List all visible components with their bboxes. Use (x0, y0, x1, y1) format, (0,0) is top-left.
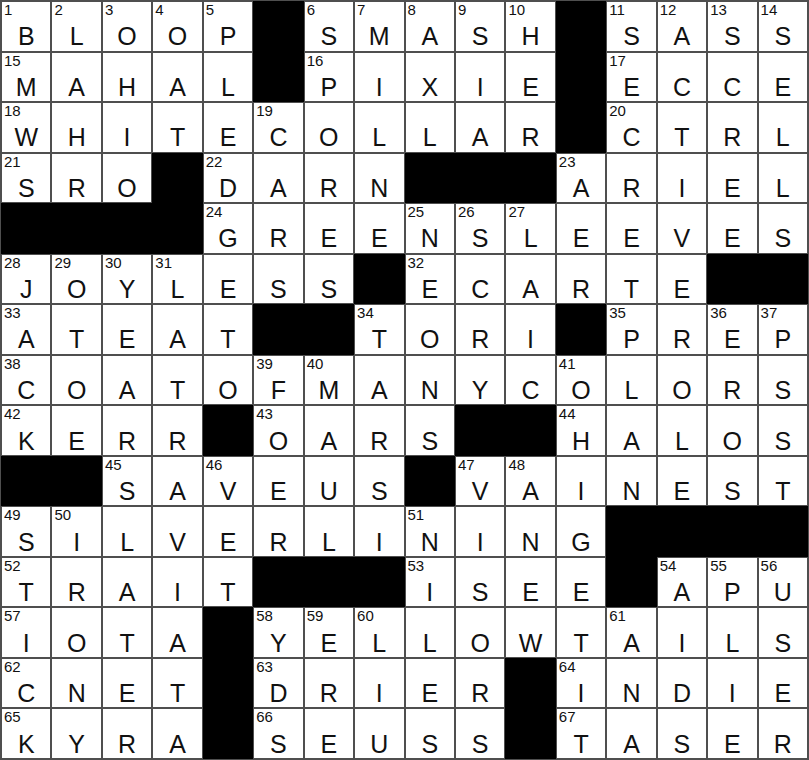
letter-cell[interactable]: L (707, 607, 757, 658)
letter-cell[interactable]: C (707, 52, 757, 103)
letter-cell[interactable]: T (152, 355, 202, 406)
letter-cell[interactable]: 16P (304, 52, 354, 103)
letter-cell[interactable]: R (102, 405, 152, 456)
letter-cell[interactable]: A (606, 405, 656, 456)
letter-cell[interactable]: 45S (102, 456, 152, 507)
letter-cell[interactable]: L (657, 405, 707, 456)
letter-cell[interactable]: 19C (253, 102, 303, 153)
letter-cell[interactable]: I (657, 153, 707, 204)
letter-cell[interactable]: A (51, 52, 101, 103)
block-cell (455, 405, 505, 456)
letter-cell[interactable]: L (606, 355, 656, 406)
letter-cell[interactable]: R (354, 405, 404, 456)
letter-cell[interactable]: E (556, 203, 606, 254)
cell-letter: P (758, 326, 808, 352)
letter-cell[interactable]: R (707, 355, 757, 406)
block-cell (707, 506, 757, 557)
letter-cell[interactable]: I (707, 658, 757, 709)
clue-number: 40 (307, 356, 324, 373)
letter-cell[interactable]: E (203, 254, 253, 305)
letter-cell[interactable]: 55P (707, 557, 757, 608)
letter-cell[interactable]: R (455, 304, 505, 355)
letter-cell[interactable]: I (354, 52, 404, 103)
cell-letter: R (304, 680, 354, 706)
letter-cell[interactable]: L (354, 102, 404, 153)
letter-cell[interactable]: 40M (304, 355, 354, 406)
letter-cell[interactable]: 41O (556, 355, 606, 406)
letter-cell[interactable]: 62C (1, 658, 51, 709)
cell-letter: N (606, 680, 656, 706)
letter-cell[interactable]: O (455, 607, 505, 658)
letter-cell[interactable]: Y (455, 355, 505, 406)
letter-cell[interactable]: R (102, 708, 152, 759)
cell-letter: I (556, 680, 606, 706)
letter-cell[interactable]: 37P (758, 304, 808, 355)
letter-cell[interactable]: A (102, 355, 152, 406)
letter-cell[interactable]: 5P (203, 1, 253, 52)
cell-letter: L (304, 529, 354, 555)
letter-cell[interactable]: T (152, 102, 202, 153)
cell-letter: T (51, 326, 101, 352)
letter-cell[interactable]: N (405, 355, 455, 406)
letter-cell[interactable]: E (102, 658, 152, 709)
letter-cell[interactable]: T (657, 102, 707, 153)
cell-letter: O (707, 428, 757, 454)
letter-cell[interactable]: 9S (455, 1, 505, 52)
letter-cell[interactable]: E (304, 708, 354, 759)
clue-number: 60 (357, 608, 374, 625)
block-cell (253, 304, 303, 355)
letter-cell[interactable]: R (304, 153, 354, 204)
letter-cell[interactable]: 21S (1, 153, 51, 204)
letter-cell[interactable]: E (505, 557, 555, 608)
letter-cell[interactable]: 2L (51, 1, 101, 52)
letter-cell[interactable]: C (455, 254, 505, 305)
letter-cell[interactable]: T (152, 658, 202, 709)
letter-cell[interactable]: C (505, 355, 555, 406)
letter-cell[interactable]: 32E (405, 254, 455, 305)
cell-letter: T (657, 124, 707, 150)
letter-cell[interactable]: L (102, 506, 152, 557)
clue-number: 23 (559, 154, 576, 171)
letter-cell[interactable]: A (455, 102, 505, 153)
block-cell (455, 153, 505, 204)
cell-letter: S (657, 731, 707, 757)
letter-cell[interactable]: N (606, 658, 656, 709)
letter-cell[interactable]: 42K (1, 405, 51, 456)
cell-letter: A (606, 428, 656, 454)
cell-letter: I (657, 175, 707, 201)
letter-cell[interactable]: H (51, 102, 101, 153)
letter-cell[interactable]: 11S (606, 1, 656, 52)
letter-cell[interactable]: R (505, 102, 555, 153)
cell-letter: A (657, 579, 707, 605)
letter-cell[interactable]: 33A (1, 304, 51, 355)
letter-cell[interactable]: S (455, 557, 505, 608)
letter-cell[interactable]: 49S (1, 506, 51, 557)
letter-cell[interactable]: G (556, 506, 606, 557)
letter-cell[interactable]: I (455, 506, 505, 557)
letter-cell[interactable]: 25N (405, 203, 455, 254)
letter-cell[interactable]: 8A (405, 1, 455, 52)
cell-letter: S (253, 276, 303, 302)
letter-cell[interactable]: T (758, 456, 808, 507)
cell-letter: O (455, 630, 505, 656)
cell-letter: S (405, 731, 455, 757)
block-cell (253, 1, 303, 52)
letter-cell[interactable]: 39F (253, 355, 303, 406)
block-cell (556, 1, 606, 52)
letter-cell[interactable]: 48A (505, 456, 555, 507)
clue-number: 21 (4, 154, 21, 171)
letter-cell[interactable]: 22D (203, 153, 253, 204)
letter-cell[interactable]: 12A (657, 1, 707, 52)
cell-letter: T (203, 326, 253, 352)
letter-cell[interactable]: I (657, 607, 707, 658)
letter-cell[interactable]: R (707, 102, 757, 153)
letter-cell[interactable]: N (505, 506, 555, 557)
letter-cell[interactable]: R (51, 153, 101, 204)
block-cell (51, 456, 101, 507)
clue-number: 30 (105, 255, 122, 272)
block-cell (606, 557, 656, 608)
letter-cell[interactable]: E (606, 203, 656, 254)
letter-cell[interactable]: S (405, 405, 455, 456)
letter-cell[interactable]: A (304, 405, 354, 456)
letter-cell[interactable]: 59E (304, 607, 354, 658)
letter-cell[interactable]: O (405, 304, 455, 355)
cell-letter: S (304, 276, 354, 302)
letter-cell[interactable]: E (405, 658, 455, 709)
letter-cell[interactable]: E (657, 456, 707, 507)
letter-cell[interactable]: R (758, 708, 808, 759)
clue-number: 12 (660, 2, 677, 19)
letter-cell[interactable]: R (455, 658, 505, 709)
letter-cell[interactable]: S (657, 708, 707, 759)
letter-cell[interactable]: 17E (606, 52, 656, 103)
letter-cell[interactable]: L (405, 102, 455, 153)
cell-letter: O (51, 276, 101, 302)
letter-cell[interactable]: 24G (203, 203, 253, 254)
cell-letter: V (455, 478, 505, 504)
clue-number: 56 (761, 558, 778, 575)
letter-cell[interactable]: H (102, 52, 152, 103)
cell-letter: M (304, 377, 354, 403)
letter-cell[interactable]: 63D (253, 658, 303, 709)
letter-cell[interactable]: S (253, 254, 303, 305)
letter-cell[interactable]: E (102, 304, 152, 355)
block-cell (505, 658, 555, 709)
letter-cell[interactable]: S (758, 405, 808, 456)
letter-cell[interactable]: R (304, 658, 354, 709)
letter-cell[interactable]: O (657, 355, 707, 406)
letter-cell[interactable]: V (657, 203, 707, 254)
letter-cell[interactable]: 18W (1, 102, 51, 153)
cell-letter: R (455, 680, 505, 706)
cell-letter: Y (253, 630, 303, 656)
letter-cell[interactable]: E (203, 506, 253, 557)
cell-letter: F (253, 377, 303, 403)
letter-cell[interactable]: A (152, 607, 202, 658)
letter-cell[interactable]: A (152, 304, 202, 355)
letter-cell[interactable]: I (556, 456, 606, 507)
cell-letter: R (102, 428, 152, 454)
letter-cell[interactable]: S (354, 456, 404, 507)
clue-number: 13 (710, 2, 727, 19)
letter-cell[interactable]: 51N (405, 506, 455, 557)
clue-number: 27 (508, 204, 525, 221)
letter-cell[interactable]: Y (51, 708, 101, 759)
letter-cell[interactable]: 29O (51, 254, 101, 305)
letter-cell[interactable]: 20C (606, 102, 656, 153)
letter-cell[interactable]: S (758, 607, 808, 658)
cell-letter: U (354, 731, 404, 757)
letter-cell[interactable]: 7M (354, 1, 404, 52)
letter-cell[interactable]: R (556, 254, 606, 305)
letter-cell[interactable]: 23A (556, 153, 606, 204)
letter-cell[interactable]: E (657, 254, 707, 305)
letter-cell[interactable]: S (758, 355, 808, 406)
clue-number: 64 (559, 659, 576, 676)
letter-cell[interactable]: I (102, 102, 152, 153)
letter-cell[interactable]: 35P (606, 304, 656, 355)
clue-number: 54 (660, 558, 677, 575)
letter-cell[interactable]: S (455, 708, 505, 759)
letter-cell[interactable]: R (657, 304, 707, 355)
cell-letter: E (758, 680, 808, 706)
cell-letter: D (657, 680, 707, 706)
letter-cell[interactable]: 58Y (253, 607, 303, 658)
letter-cell[interactable]: N (606, 456, 656, 507)
letter-cell[interactable]: I (354, 658, 404, 709)
letter-cell[interactable]: T (51, 304, 101, 355)
cell-letter: N (606, 478, 656, 504)
letter-cell[interactable]: L (304, 506, 354, 557)
letter-cell[interactable]: X (405, 52, 455, 103)
cell-letter: R (253, 225, 303, 251)
cell-letter: C (455, 276, 505, 302)
letter-cell[interactable]: 13S (707, 1, 757, 52)
block-cell (203, 658, 253, 709)
letter-cell[interactable]: 10H (505, 1, 555, 52)
letter-cell[interactable]: U (354, 708, 404, 759)
letter-cell[interactable]: 3O (102, 1, 152, 52)
letter-cell[interactable]: L (405, 607, 455, 658)
letter-cell[interactable]: 1B (1, 1, 51, 52)
clue-number: 49 (4, 507, 21, 524)
clue-number: 32 (408, 255, 425, 272)
letter-cell[interactable]: R (51, 557, 101, 608)
cell-letter: E (505, 74, 555, 100)
cell-letter: S (758, 225, 808, 251)
letter-cell[interactable]: O (102, 153, 152, 204)
letter-cell[interactable]: 47V (455, 456, 505, 507)
letter-cell[interactable]: V (152, 506, 202, 557)
cell-letter: L (606, 377, 656, 403)
letter-cell[interactable]: E (556, 557, 606, 608)
cell-letter: O (152, 23, 202, 49)
letter-cell[interactable]: 38C (1, 355, 51, 406)
letter-cell[interactable]: 14S (758, 1, 808, 52)
letter-cell[interactable]: A (505, 254, 555, 305)
block-cell (152, 203, 202, 254)
letter-cell[interactable]: 57I (1, 607, 51, 658)
letter-cell[interactable]: U (304, 456, 354, 507)
letter-cell[interactable]: O (203, 355, 253, 406)
letter-cell[interactable]: 50I (51, 506, 101, 557)
cell-letter: I (405, 579, 455, 605)
letter-cell[interactable]: 30Y (102, 254, 152, 305)
letter-cell[interactable]: 26S (455, 203, 505, 254)
letter-cell[interactable]: 67T (556, 708, 606, 759)
letter-cell[interactable]: E (253, 456, 303, 507)
letter-cell[interactable]: 53I (405, 557, 455, 608)
cell-letter: S (102, 478, 152, 504)
letter-cell[interactable]: 64I (556, 658, 606, 709)
cell-letter: V (657, 225, 707, 251)
clue-number: 61 (609, 608, 626, 625)
cell-letter: P (304, 74, 354, 100)
letter-cell[interactable]: E (758, 52, 808, 103)
letter-cell[interactable]: I (505, 304, 555, 355)
cell-letter: O (203, 377, 253, 403)
cell-letter: N (405, 529, 455, 555)
letter-cell[interactable]: A (102, 557, 152, 608)
letter-cell[interactable]: A (354, 355, 404, 406)
letter-cell[interactable]: 65K (1, 708, 51, 759)
cell-letter: A (102, 579, 152, 605)
letter-cell[interactable]: 54A (657, 557, 707, 608)
cell-letter: D (253, 680, 303, 706)
letter-cell[interactable]: L (758, 153, 808, 204)
block-cell (758, 254, 808, 305)
letter-cell[interactable]: E (707, 153, 757, 204)
cell-letter: I (354, 74, 404, 100)
letter-cell[interactable]: R (253, 203, 303, 254)
cell-letter: A (152, 326, 202, 352)
letter-cell[interactable]: A (152, 52, 202, 103)
letter-cell[interactable]: 4O (152, 1, 202, 52)
cell-letter: X (405, 74, 455, 100)
letter-cell[interactable]: E (707, 708, 757, 759)
letter-cell[interactable]: T (556, 607, 606, 658)
letter-cell[interactable]: E (758, 658, 808, 709)
letter-cell[interactable]: E (505, 52, 555, 103)
cell-letter: R (505, 124, 555, 150)
letter-cell[interactable]: W (505, 607, 555, 658)
cell-letter: L (758, 124, 808, 150)
letter-cell[interactable]: 28J (1, 254, 51, 305)
cell-letter: E (707, 731, 757, 757)
cell-letter: E (606, 225, 656, 251)
letter-cell[interactable]: 34T (354, 304, 404, 355)
letter-cell[interactable]: E (304, 203, 354, 254)
letter-cell[interactable]: 27L (505, 203, 555, 254)
cell-letter: S (354, 478, 404, 504)
letter-cell[interactable]: A (253, 153, 303, 204)
letter-cell[interactable]: O (51, 607, 101, 658)
block-cell (707, 254, 757, 305)
letter-cell[interactable]: 56U (758, 557, 808, 608)
cell-letter: R (152, 428, 202, 454)
letter-cell[interactable]: E (51, 405, 101, 456)
cell-letter: W (505, 630, 555, 656)
letter-cell[interactable]: O (707, 405, 757, 456)
letter-cell[interactable]: A (152, 456, 202, 507)
letter-cell[interactable]: 36E (707, 304, 757, 355)
block-cell (556, 52, 606, 103)
clue-number: 46 (206, 457, 223, 474)
letter-cell[interactable]: E (203, 102, 253, 153)
letter-cell[interactable]: E (354, 203, 404, 254)
letter-cell[interactable]: A (606, 708, 656, 759)
letter-cell[interactable]: 52T (1, 557, 51, 608)
letter-cell[interactable]: 66S (253, 708, 303, 759)
letter-cell[interactable]: S (304, 254, 354, 305)
cell-letter: L (505, 225, 555, 251)
letter-cell[interactable]: S (405, 708, 455, 759)
letter-cell[interactable]: O (304, 102, 354, 153)
letter-cell[interactable]: N (51, 658, 101, 709)
letter-cell[interactable]: D (657, 658, 707, 709)
cell-letter: V (203, 478, 253, 504)
letter-cell[interactable]: 46V (203, 456, 253, 507)
letter-cell[interactable]: C (657, 52, 707, 103)
letter-cell[interactable]: T (203, 557, 253, 608)
letter-cell[interactable]: R (606, 153, 656, 204)
letter-cell[interactable]: I (354, 506, 404, 557)
cell-letter: I (455, 74, 505, 100)
letter-cell[interactable]: L (758, 102, 808, 153)
letter-cell[interactable]: 31L (152, 254, 202, 305)
cell-letter: S (758, 428, 808, 454)
letter-cell[interactable]: 60L (354, 607, 404, 658)
letter-cell[interactable]: I (455, 52, 505, 103)
letter-cell[interactable]: T (102, 607, 152, 658)
cell-letter: N (51, 680, 101, 706)
letter-cell[interactable]: 44H (556, 405, 606, 456)
letter-cell[interactable]: 6S (304, 1, 354, 52)
letter-cell[interactable]: R (253, 506, 303, 557)
cell-letter: V (152, 529, 202, 555)
crossword-board: 1B2L3O4O5P6S7M8A9S10H11S12A13S14S15MAHAL… (0, 0, 809, 760)
cell-letter: E (758, 74, 808, 100)
cell-letter: N (405, 225, 455, 251)
letter-cell[interactable]: N (354, 153, 404, 204)
letter-cell[interactable]: I (152, 557, 202, 608)
cell-letter: H (102, 74, 152, 100)
letter-cell[interactable]: S (707, 456, 757, 507)
cell-letter: O (657, 377, 707, 403)
clue-number: 34 (357, 305, 374, 322)
clue-number: 62 (4, 659, 21, 676)
clue-number: 26 (458, 204, 475, 221)
cell-letter: L (657, 428, 707, 454)
letter-cell[interactable]: 15M (1, 52, 51, 103)
letter-cell[interactable]: 43O (253, 405, 303, 456)
letter-cell[interactable]: R (152, 405, 202, 456)
letter-cell[interactable]: O (51, 355, 101, 406)
letter-cell[interactable]: S (758, 203, 808, 254)
cell-letter: E (657, 478, 707, 504)
letter-cell[interactable]: T (203, 304, 253, 355)
letter-cell[interactable]: T (606, 254, 656, 305)
cell-letter: R (556, 276, 606, 302)
letter-cell[interactable]: A (152, 708, 202, 759)
letter-cell[interactable]: 61A (606, 607, 656, 658)
letter-cell[interactable]: E (707, 203, 757, 254)
letter-cell[interactable]: L (203, 52, 253, 103)
